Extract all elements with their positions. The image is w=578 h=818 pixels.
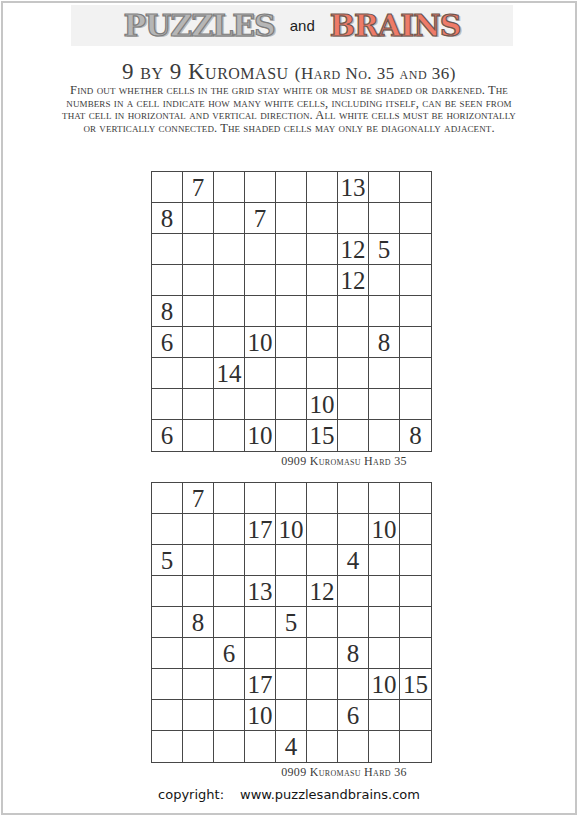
cell-r4c3 [214,265,245,296]
cell-r5c6 [307,296,338,327]
cell-r7c7 [338,358,369,389]
cell-r2c5 [276,203,307,234]
cell-r8c3 [214,389,245,420]
cell-r2c7 [338,203,369,234]
cell-r4c1 [152,265,183,296]
clue-cell-r8c4: 10 [245,700,276,731]
cell-r3c9 [400,234,431,265]
clue-cell-r5c5: 5 [276,607,307,638]
cell-r3c5 [276,545,307,576]
website-link[interactable]: www.puzzlesandbrains.com [240,787,420,802]
cell-r1c7 [338,483,369,514]
title-main: 9 by 9 Kuromasu [122,59,295,84]
clue-cell-r8c7: 6 [338,700,369,731]
clue-cell-r2c4: 17 [245,514,276,545]
cell-r1c8 [369,483,400,514]
cell-r1c9 [400,172,431,203]
cell-r9c7 [338,420,369,451]
instructions-line-3: that cell in horizontal and vertical dir… [14,109,564,122]
cell-r5c6 [307,607,338,638]
clue-cell-r8c6: 10 [307,389,338,420]
cell-r7c7 [338,669,369,700]
cell-r1c3 [214,172,245,203]
cell-r8c5 [276,389,307,420]
instructions-line-1: Find out whether cells in the grid stay … [14,84,564,97]
cell-r2c2 [183,514,214,545]
cell-r7c6 [307,358,338,389]
cell-r5c7 [338,607,369,638]
cell-r8c3 [214,700,245,731]
cell-r9c8 [369,731,400,762]
instructions: Find out whether cells in the grid stay … [14,84,564,134]
clue-cell-r4c4: 13 [245,576,276,607]
cell-r9c4 [245,731,276,762]
cell-r8c6 [307,700,338,731]
cell-r4c9 [400,265,431,296]
cell-r6c5 [276,638,307,669]
logo-brains-text: Brains [330,11,461,41]
instructions-line-4: or vertically connected. The shaded cell… [14,122,564,135]
clue-cell-r1c2: 7 [183,483,214,514]
cell-r3c2 [183,545,214,576]
cell-r1c9 [400,483,431,514]
clue-cell-r6c4: 10 [245,327,276,358]
cell-r5c2 [183,296,214,327]
cell-r4c5 [276,265,307,296]
cell-r3c6 [307,234,338,265]
cell-r5c3 [214,607,245,638]
cell-r3c6 [307,545,338,576]
cell-r8c7 [338,389,369,420]
clue-cell-r7c4: 17 [245,669,276,700]
cell-r4c9 [400,576,431,607]
cell-r1c3 [214,483,245,514]
cell-r5c7 [338,296,369,327]
clue-cell-r3c7: 12 [338,234,369,265]
cell-r3c4 [245,234,276,265]
cell-r4c7 [338,576,369,607]
clue-cell-r6c7: 8 [338,638,369,669]
logo-and-text: and [288,17,317,34]
cell-r6c9 [400,327,431,358]
clue-cell-r3c7: 4 [338,545,369,576]
cell-r6c1 [152,638,183,669]
clue-cell-r7c3: 14 [214,358,245,389]
cell-r9c3 [214,420,245,451]
cell-r4c8 [369,265,400,296]
cell-r9c6 [307,731,338,762]
puzzle-caption-35: 0909 Kuromasu Hard 35 [151,454,433,469]
kuromasu-grid-35: 7138712512861081410610158 [151,171,432,452]
cell-r2c8 [369,203,400,234]
cell-r5c4 [245,607,276,638]
cell-r2c7 [338,514,369,545]
cell-r2c6 [307,203,338,234]
cell-r6c7 [338,327,369,358]
cell-r5c9 [400,296,431,327]
cell-r4c2 [183,265,214,296]
cell-r4c6 [307,265,338,296]
footer: copyright: www.puzzlesandbrains.com [0,787,578,802]
cell-r7c8 [369,358,400,389]
cell-r7c3 [214,669,245,700]
cell-r8c9 [400,389,431,420]
puzzle-caption-36: 0909 Kuromasu Hard 36 [151,765,433,780]
cell-r4c8 [369,576,400,607]
cell-r7c4 [245,358,276,389]
cell-r4c1 [152,576,183,607]
cell-r1c5 [276,483,307,514]
cell-r6c3 [214,327,245,358]
cell-r1c6 [307,172,338,203]
clue-cell-r9c1: 6 [152,420,183,451]
cell-r6c4 [245,638,276,669]
cell-r4c3 [214,576,245,607]
cell-r8c8 [369,389,400,420]
cell-r6c2 [183,638,214,669]
cell-r3c5 [276,234,307,265]
cell-r5c9 [400,607,431,638]
cell-r4c2 [183,576,214,607]
cell-r7c5 [276,669,307,700]
clue-cell-r6c3: 6 [214,638,245,669]
cell-r8c2 [183,389,214,420]
cell-r9c5 [276,420,307,451]
cell-r3c8 [369,545,400,576]
cell-r9c8 [369,420,400,451]
clue-cell-r5c1: 8 [152,296,183,327]
clue-cell-r4c7: 12 [338,265,369,296]
cell-r1c5 [276,172,307,203]
cell-r8c5 [276,700,307,731]
cell-r9c2 [183,731,214,762]
clue-cell-r5c2: 8 [183,607,214,638]
clue-cell-r3c1: 5 [152,545,183,576]
cell-r5c8 [369,296,400,327]
cell-r8c4 [245,389,276,420]
cell-r7c1 [152,669,183,700]
cell-r2c1 [152,514,183,545]
cell-r2c3 [214,203,245,234]
cell-r4c5 [276,576,307,607]
cell-r5c1 [152,607,183,638]
clue-cell-r9c4: 10 [245,420,276,451]
clue-cell-r3c8: 5 [369,234,400,265]
cell-r2c6 [307,514,338,545]
kuromasu-grid-36: 717101054131285681710151064 [151,482,432,763]
clue-cell-r1c2: 7 [183,172,214,203]
page-title: 9 by 9 Kuromasu (Hard No. 35 and 36) [0,50,578,87]
cell-r7c6 [307,669,338,700]
cell-r9c9 [400,731,431,762]
cell-r2c9 [400,514,431,545]
cell-r5c5 [276,296,307,327]
clue-cell-r4c6: 12 [307,576,338,607]
clue-cell-r2c5: 10 [276,514,307,545]
cell-r5c4 [245,296,276,327]
cell-r5c8 [369,607,400,638]
cell-r1c8 [369,172,400,203]
cell-r7c9 [400,358,431,389]
clue-cell-r2c4: 7 [245,203,276,234]
cell-r1c4 [245,172,276,203]
cell-r6c6 [307,638,338,669]
cell-r6c6 [307,327,338,358]
cell-r3c4 [245,545,276,576]
clue-cell-r6c8: 8 [369,327,400,358]
cell-r6c2 [183,327,214,358]
cell-r6c5 [276,327,307,358]
cell-r8c8 [369,700,400,731]
cell-r9c7 [338,731,369,762]
cell-r3c1 [152,234,183,265]
cell-r1c6 [307,483,338,514]
cell-r3c3 [214,545,245,576]
cell-r1c1 [152,483,183,514]
cell-r1c4 [245,483,276,514]
clue-cell-r6c1: 6 [152,327,183,358]
clue-cell-r9c5: 4 [276,731,307,762]
logo-puzzles-text: Puzzles [124,11,275,41]
cell-r8c9 [400,700,431,731]
cell-r2c3 [214,514,245,545]
clue-cell-r7c9: 15 [400,669,431,700]
cell-r2c9 [400,203,431,234]
cell-r9c2 [183,420,214,451]
cell-r9c1 [152,731,183,762]
clue-cell-r2c1: 8 [152,203,183,234]
cell-r9c3 [214,731,245,762]
cell-r7c5 [276,358,307,389]
title-subtitle: (Hard No. 35 and 36) [295,64,456,83]
cell-r6c9 [400,638,431,669]
cell-r8c2 [183,700,214,731]
cell-r7c1 [152,358,183,389]
cell-r8c1 [152,389,183,420]
cell-r5c3 [214,296,245,327]
clue-cell-r9c9: 8 [400,420,431,451]
cell-r2c2 [183,203,214,234]
cell-r3c9 [400,545,431,576]
cell-r6c8 [369,638,400,669]
clue-cell-r7c8: 10 [369,669,400,700]
cell-r8c1 [152,700,183,731]
clue-cell-r9c6: 15 [307,420,338,451]
cell-r7c2 [183,358,214,389]
cell-r3c3 [214,234,245,265]
cell-r1c1 [152,172,183,203]
clue-cell-r1c7: 13 [338,172,369,203]
clue-cell-r2c8: 10 [369,514,400,545]
cell-r3c2 [183,234,214,265]
cell-r4c4 [245,265,276,296]
logo-banner: Puzzles and Brains [71,5,513,46]
copyright-label: copyright: [158,787,224,802]
cell-r7c2 [183,669,214,700]
